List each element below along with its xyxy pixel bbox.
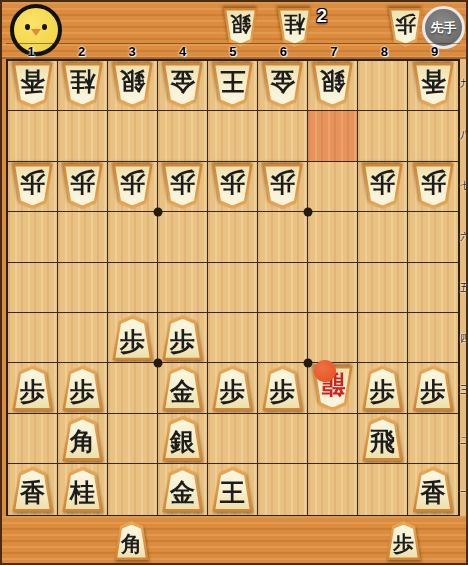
gote-hand-piece-bishop[interactable]: 角	[114, 521, 149, 560]
piece-kanji: 金	[162, 366, 203, 411]
board-cell-9六[interactable]	[408, 212, 458, 262]
board-cell-7三[interactable]: 龍	[308, 363, 358, 413]
piece-pawn[interactable]: 歩	[212, 164, 253, 209]
board-cell-5二[interactable]	[208, 414, 258, 464]
piece-lance[interactable]: 香	[413, 63, 454, 108]
board-cell-5七[interactable]: 歩	[208, 162, 258, 212]
file-label-1: 1	[6, 44, 56, 60]
board-cell-4四[interactable]: 歩	[158, 313, 208, 363]
rank-label-7: 三	[460, 364, 468, 415]
rank-label-4: 六	[460, 212, 468, 263]
piece-kanji: 王	[212, 63, 253, 108]
piece-knight[interactable]: 桂	[62, 63, 103, 108]
board-cell-2八[interactable]	[58, 111, 108, 161]
rank-labels: 九八七六五四三二一	[460, 59, 468, 517]
board-cell-8七[interactable]: 歩	[358, 162, 408, 212]
board-cell-9二[interactable]	[408, 414, 458, 464]
piece-kanji: 歩	[262, 164, 303, 209]
board-cell-8二[interactable]: 飛	[358, 414, 408, 464]
piece-pawn[interactable]: 歩	[386, 521, 421, 560]
piece-kanji: 歩	[262, 366, 303, 411]
piece-pawn[interactable]: 歩	[413, 164, 454, 209]
rank-label-6: 四	[460, 313, 468, 364]
piece-kanji: 銀	[223, 8, 258, 47]
board-cell-7四[interactable]	[308, 313, 358, 363]
board-cell-3三[interactable]	[108, 363, 158, 413]
board-cell-7九[interactable]: 銀	[308, 61, 358, 111]
board-cell-9八[interactable]	[408, 111, 458, 161]
board-cell-2一[interactable]: 桂	[58, 464, 108, 514]
board-cell-2四[interactable]	[58, 313, 108, 363]
piece-kanji: 角	[62, 416, 103, 461]
shogi-app: 銀桂2歩 先手 123456789 香桂銀金王金銀香歩歩歩歩歩歩歩歩歩歩歩歩金歩…	[0, 0, 468, 565]
piece-kanji: 歩	[162, 315, 203, 360]
piece-kanji: 歩	[386, 521, 421, 560]
board-cell-8四[interactable]	[358, 313, 408, 363]
board-cell-3八[interactable]	[108, 111, 158, 161]
board-cell-8九[interactable]	[358, 61, 408, 111]
piece-kanji: 歩	[112, 164, 153, 209]
board-cell-6七[interactable]: 歩	[258, 162, 308, 212]
piece-kanji: 銀	[312, 63, 353, 108]
board-cell-1九[interactable]: 香	[8, 61, 58, 111]
piece-kanji: 銀	[162, 416, 203, 461]
piece-gold[interactable]: 金	[162, 467, 203, 512]
board-cell-2五[interactable]	[58, 263, 108, 313]
board-cell-6六[interactable]	[258, 212, 308, 262]
rank-label-5: 五	[460, 263, 468, 314]
board-cell-1六[interactable]	[8, 212, 58, 262]
piece-pawn[interactable]: 歩	[212, 366, 253, 411]
piece-knight[interactable]: 桂	[277, 8, 312, 47]
piece-kanji: 飛	[362, 416, 403, 461]
piece-kanji: 歩	[212, 366, 253, 411]
board-cell-7六[interactable]	[308, 212, 358, 262]
sente-hand-piece-silver[interactable]: 銀	[223, 8, 258, 47]
piece-pawn[interactable]: 歩	[262, 164, 303, 209]
piece-king[interactable]: 王	[212, 467, 253, 512]
board-cell-4一[interactable]: 金	[158, 464, 208, 514]
file-label-9: 9	[410, 44, 460, 60]
board-cell-3六[interactable]	[108, 212, 158, 262]
board-cell-6二[interactable]	[258, 414, 308, 464]
piece-pawn[interactable]: 歩	[62, 366, 103, 411]
piece-silver[interactable]: 銀	[162, 416, 203, 461]
piece-kanji: 歩	[12, 366, 53, 411]
board-cell-4二[interactable]: 銀	[158, 414, 208, 464]
piece-kanji: 歩	[362, 366, 403, 411]
piece-gold[interactable]: 金	[162, 63, 203, 108]
board-cell-4三[interactable]: 金	[158, 363, 208, 413]
piece-kanji: 香	[413, 467, 454, 512]
piece-kanji: 金	[262, 63, 303, 108]
piece-pawn[interactable]: 歩	[362, 366, 403, 411]
board-cell-3七[interactable]: 歩	[108, 162, 158, 212]
piece-kanji: 歩	[12, 164, 53, 209]
board-cell-4七[interactable]: 歩	[158, 162, 208, 212]
piece-kanji: 角	[114, 521, 149, 560]
board-cell-6五[interactable]	[258, 263, 308, 313]
board-cell-1二[interactable]	[8, 414, 58, 464]
file-label-6: 6	[258, 44, 308, 60]
piece-pawn[interactable]: 歩	[362, 164, 403, 209]
piece-knight[interactable]: 桂	[62, 467, 103, 512]
piece-silver[interactable]: 銀	[112, 63, 153, 108]
piece-kanji: 金	[162, 467, 203, 512]
piece-dragon[interactable]: 龍	[312, 366, 353, 411]
piece-kanji: 龍	[312, 366, 353, 411]
piece-silver[interactable]: 銀	[223, 8, 258, 47]
board-cell-2二[interactable]: 角	[58, 414, 108, 464]
board-cell-6三[interactable]: 歩	[258, 363, 308, 413]
board-cell-7二[interactable]	[308, 414, 358, 464]
board-cell-5三[interactable]: 歩	[208, 363, 258, 413]
board-cell-7八[interactable]	[308, 111, 358, 161]
piece-lance[interactable]: 香	[12, 63, 53, 108]
board-cell-4六[interactable]	[158, 212, 208, 262]
board-cell-2六[interactable]	[58, 212, 108, 262]
file-label-7: 7	[309, 44, 359, 60]
piece-kanji: 桂	[277, 8, 312, 47]
piece-pawn[interactable]: 歩	[112, 315, 153, 360]
piece-kanji: 金	[162, 63, 203, 108]
board-cell-6八[interactable]	[258, 111, 308, 161]
board-cell-2七[interactable]: 歩	[58, 162, 108, 212]
piece-pawn[interactable]: 歩	[62, 164, 103, 209]
piece-kanji: 香	[413, 63, 454, 108]
board-cell-9五[interactable]	[408, 263, 458, 313]
board-cell-8六[interactable]	[358, 212, 408, 262]
rank-label-9: 一	[460, 466, 468, 517]
piece-pawn[interactable]: 歩	[12, 164, 53, 209]
board-cell-5九[interactable]: 王	[208, 61, 258, 111]
shogi-board: 香桂銀金王金銀香歩歩歩歩歩歩歩歩歩歩歩歩金歩歩龍歩歩角銀飛香桂金王香	[6, 59, 460, 517]
gote-player-bar: 角歩 後手	[2, 516, 468, 565]
piece-gold[interactable]: 金	[162, 366, 203, 411]
rank-label-1: 九	[460, 59, 468, 110]
piece-kanji: 歩	[362, 164, 403, 209]
board-cell-7一[interactable]	[308, 464, 358, 514]
board-cell-2九[interactable]: 桂	[58, 61, 108, 111]
piece-king[interactable]: 王	[212, 63, 253, 108]
board-cell-9九[interactable]: 香	[408, 61, 458, 111]
piece-kanji: 桂	[62, 467, 103, 512]
board-cell-3一[interactable]	[108, 464, 158, 514]
piece-kanji: 銀	[112, 63, 153, 108]
piece-lance[interactable]: 香	[12, 467, 53, 512]
file-label-8: 8	[359, 44, 409, 60]
piece-kanji: 歩	[212, 164, 253, 209]
board-cell-6九[interactable]: 金	[258, 61, 308, 111]
file-labels: 123456789	[6, 43, 460, 60]
board-cell-3五[interactable]	[108, 263, 158, 313]
piece-pawn[interactable]: 歩	[413, 366, 454, 411]
piece-kanji: 歩	[162, 164, 203, 209]
piece-bishop[interactable]: 角	[114, 521, 149, 560]
piece-kanji: 香	[12, 467, 53, 512]
piece-pawn[interactable]: 歩	[12, 366, 53, 411]
file-label-5: 5	[208, 44, 258, 60]
board-cell-9四[interactable]	[408, 313, 458, 363]
board-cell-6一[interactable]	[258, 464, 308, 514]
board-cell-3二[interactable]	[108, 414, 158, 464]
piece-kanji: 歩	[413, 366, 454, 411]
board-cell-5四[interactable]	[208, 313, 258, 363]
piece-kanji: 歩	[413, 164, 454, 209]
gote-hand-piece-pawn[interactable]: 歩	[386, 521, 421, 560]
piece-gold[interactable]: 金	[262, 63, 303, 108]
board-cell-3九[interactable]: 銀	[108, 61, 158, 111]
piece-kanji: 歩	[62, 366, 103, 411]
board-cell-5一[interactable]: 王	[208, 464, 258, 514]
piece-pawn[interactable]: 歩	[262, 366, 303, 411]
piece-bishop[interactable]: 角	[62, 416, 103, 461]
sente-hand-piece-pawn[interactable]: 歩	[388, 8, 423, 47]
board-cell-1七[interactable]: 歩	[8, 162, 58, 212]
hand-piece-count: 2	[316, 5, 327, 27]
piece-pawn[interactable]: 歩	[162, 164, 203, 209]
rank-label-2: 八	[460, 110, 468, 161]
piece-pawn[interactable]: 歩	[112, 164, 153, 209]
board-cell-6四[interactable]	[258, 313, 308, 363]
piece-rook[interactable]: 飛	[362, 416, 403, 461]
piece-kanji: 王	[212, 467, 253, 512]
board-cell-7五[interactable]	[308, 263, 358, 313]
file-label-3: 3	[107, 44, 157, 60]
board-cell-1三[interactable]: 歩	[8, 363, 58, 413]
board-cell-5六[interactable]	[208, 212, 258, 262]
board-cell-9七[interactable]: 歩	[408, 162, 458, 212]
board-cell-1八[interactable]	[8, 111, 58, 161]
board-cell-1一[interactable]: 香	[8, 464, 58, 514]
board-cell-1五[interactable]	[8, 263, 58, 313]
board-cell-4八[interactable]	[158, 111, 208, 161]
board-cell-4九[interactable]: 金	[158, 61, 208, 111]
sente-hand-piece-knight[interactable]: 桂2	[277, 8, 312, 47]
board-cell-8五[interactable]	[358, 263, 408, 313]
board-cell-9三[interactable]: 歩	[408, 363, 458, 413]
piece-kanji: 香	[12, 63, 53, 108]
board-cell-8三[interactable]: 歩	[358, 363, 408, 413]
board-cell-3四[interactable]: 歩	[108, 313, 158, 363]
piece-kanji: 歩	[62, 164, 103, 209]
piece-lance[interactable]: 香	[413, 467, 454, 512]
piece-silver[interactable]: 銀	[312, 63, 353, 108]
board-cell-4五[interactable]	[158, 263, 208, 313]
board-cell-8八[interactable]	[358, 111, 408, 161]
file-label-4: 4	[157, 44, 207, 60]
piece-pawn[interactable]: 歩	[162, 315, 203, 360]
piece-pawn[interactable]: 歩	[388, 8, 423, 47]
piece-kanji: 歩	[388, 8, 423, 47]
rank-label-3: 七	[460, 161, 468, 212]
board-cell-1四[interactable]	[8, 313, 58, 363]
board-cell-2三[interactable]: 歩	[58, 363, 108, 413]
board-cell-5五[interactable]	[208, 263, 258, 313]
board-cell-9一[interactable]: 香	[408, 464, 458, 514]
rank-label-8: 二	[460, 415, 468, 466]
piece-kanji: 歩	[112, 315, 153, 360]
board-cell-5八[interactable]	[208, 111, 258, 161]
board-cell-7七[interactable]	[308, 162, 358, 212]
file-label-2: 2	[56, 44, 106, 60]
board-cell-8一[interactable]	[358, 464, 408, 514]
piece-kanji: 桂	[62, 63, 103, 108]
